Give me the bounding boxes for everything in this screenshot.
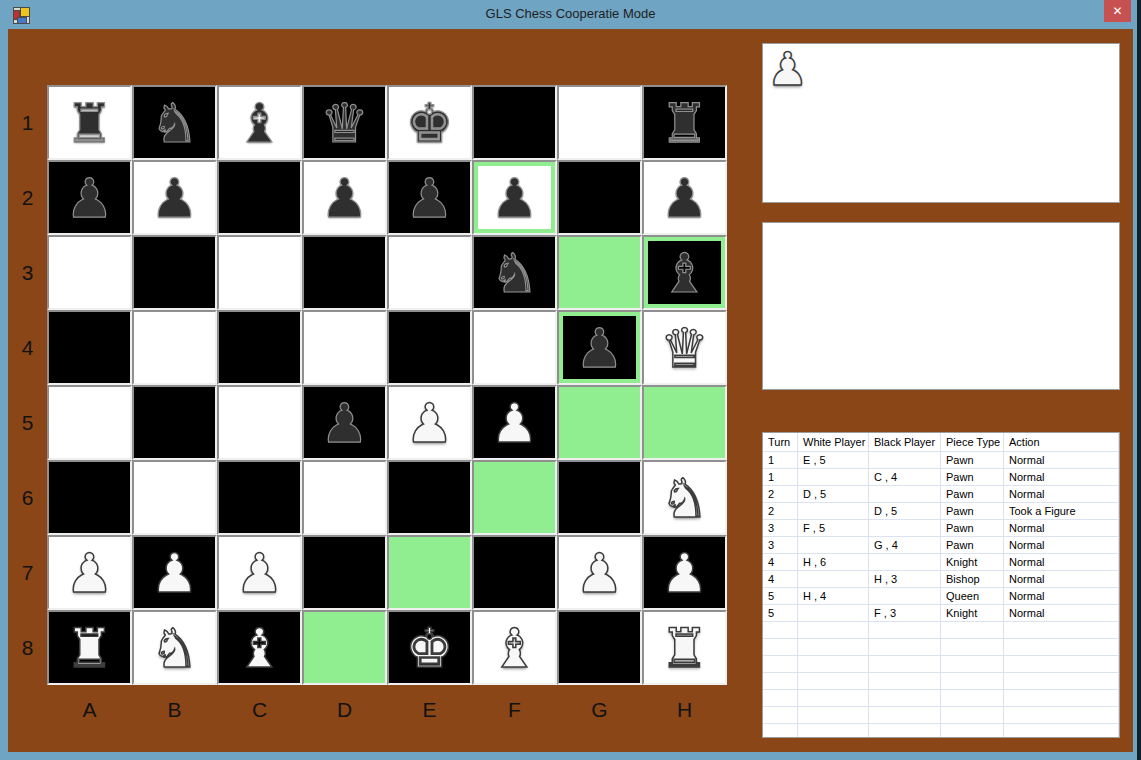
move-row-7-col-4: Normal: [1004, 554, 1119, 571]
move-row-empty-4[interactable]: [763, 673, 1119, 690]
piece-white-rook: ♜: [65, 621, 113, 675]
move-row-empty-3-col-4: [1004, 656, 1119, 673]
move-table-header-col-3[interactable]: Piece Type: [941, 433, 1004, 452]
square-h6[interactable]: ♞: [642, 460, 727, 535]
square-f3[interactable]: ♞: [472, 235, 557, 310]
square-g8[interactable]: [557, 610, 642, 685]
square-d1[interactable]: ♛: [302, 85, 387, 160]
col-label-h: H: [642, 689, 727, 731]
move-row-5-col-1: F , 5: [798, 520, 869, 537]
square-b8[interactable]: ♞: [132, 610, 217, 685]
row-label-6: 6: [8, 460, 47, 535]
move-row-7[interactable]: 4H , 6KnightNormal: [763, 554, 1119, 571]
move-row-2-col-4: Normal: [1004, 469, 1119, 486]
square-d8[interactable]: [302, 610, 387, 685]
piece-black-pawn: ♟: [660, 171, 708, 225]
move-row-empty-4-col-0: [763, 673, 798, 690]
move-row-empty-1-col-0: [763, 622, 798, 639]
client-area: 12345678 ♜♞♝♛♚♜♟♟♟♟♟♟♞♝♟♛♟♟♟♞♟♟♟♟♟♜♞♝♚♝♜…: [8, 29, 1133, 752]
square-c8[interactable]: ♝: [217, 610, 302, 685]
square-f7[interactable]: [472, 535, 557, 610]
piece-black-pawn: ♟: [320, 171, 368, 225]
piece-black-bishop: ♝: [235, 96, 283, 150]
piece-black-pawn: ♟: [490, 171, 538, 225]
move-row-4-col-2: D , 5: [869, 503, 941, 520]
move-row-empty-1[interactable]: [763, 622, 1119, 639]
move-row-empty-6-col-1: [798, 707, 869, 724]
square-d7[interactable]: [302, 535, 387, 610]
piece-white-king: ♚: [405, 621, 453, 675]
piece-black-pawn: ♟: [405, 171, 453, 225]
close-button[interactable]: ✕: [1104, 0, 1131, 22]
piece-white-pawn: ♟: [65, 546, 113, 600]
move-row-4[interactable]: 2D , 5PawnTook a Figure: [763, 503, 1119, 520]
move-row-4-col-0: 2: [763, 503, 798, 520]
piece-black-knight: ♞: [150, 96, 198, 150]
square-d4[interactable]: [302, 310, 387, 385]
square-e1[interactable]: ♚: [387, 85, 472, 160]
board-row-labels: 12345678: [8, 85, 47, 685]
close-icon: ✕: [1112, 4, 1122, 18]
square-e4[interactable]: [387, 310, 472, 385]
move-row-4-col-4: Took a Figure: [1004, 503, 1119, 520]
square-g6[interactable]: [557, 460, 642, 535]
piece-white-bishop: ♝: [235, 621, 283, 675]
square-f4[interactable]: [472, 310, 557, 385]
move-history-table: TurnWhite PlayerBlack PlayerPiece TypeAc…: [762, 432, 1120, 738]
move-row-3-col-2: [869, 486, 941, 503]
square-c3[interactable]: [217, 235, 302, 310]
square-d2[interactable]: ♟: [302, 160, 387, 235]
move-row-10[interactable]: 5F , 3KnightNormal: [763, 605, 1119, 622]
move-row-1-col-1: E , 5: [798, 452, 869, 469]
move-row-empty-2-col-2: [869, 639, 941, 656]
captured-black-pieces-tray: [762, 222, 1120, 390]
square-e8[interactable]: ♚: [387, 610, 472, 685]
move-row-4-col-3: Pawn: [941, 503, 1004, 520]
move-row-empty-2[interactable]: [763, 639, 1119, 656]
move-row-empty-6-col-0: [763, 707, 798, 724]
square-a6[interactable]: [47, 460, 132, 535]
move-row-empty-3-col-1: [798, 656, 869, 673]
move-row-empty-5-col-2: [869, 690, 941, 707]
piece-white-pawn: ♟: [405, 396, 453, 450]
square-g3[interactable]: [557, 235, 642, 310]
square-e5[interactable]: ♟: [387, 385, 472, 460]
move-row-empty-3-col-3: [941, 656, 1004, 673]
square-b1[interactable]: ♞: [132, 85, 217, 160]
square-h5[interactable]: [642, 385, 727, 460]
move-row-9-col-4: Normal: [1004, 588, 1119, 605]
square-c7[interactable]: ♟: [217, 535, 302, 610]
square-d5[interactable]: ♟: [302, 385, 387, 460]
col-label-f: F: [472, 689, 557, 731]
move-row-empty-1-col-1: [798, 622, 869, 639]
square-c5[interactable]: [217, 385, 302, 460]
move-row-empty-5-col-1: [798, 690, 869, 707]
move-row-5-col-0: 3: [763, 520, 798, 537]
piece-white-knight: ♞: [150, 621, 198, 675]
move-row-8-col-4: Normal: [1004, 571, 1119, 588]
move-row-empty-5-col-3: [941, 690, 1004, 707]
square-a3[interactable]: [47, 235, 132, 310]
square-g5[interactable]: [557, 385, 642, 460]
move-table-header: TurnWhite PlayerBlack PlayerPiece TypeAc…: [763, 433, 1119, 452]
move-row-2-col-3: Pawn: [941, 469, 1004, 486]
piece-black-queen: ♛: [320, 96, 368, 150]
move-row-7-col-2: [869, 554, 941, 571]
square-g2[interactable]: [557, 160, 642, 235]
move-row-1-col-3: Pawn: [941, 452, 1004, 469]
square-g7[interactable]: ♟: [557, 535, 642, 610]
move-row-6-col-0: 3: [763, 537, 798, 554]
square-g1[interactable]: [557, 85, 642, 160]
move-row-9[interactable]: 5H , 4QueenNormal: [763, 588, 1119, 605]
move-row-empty-3-col-2: [869, 656, 941, 673]
col-label-g: G: [557, 689, 642, 731]
move-row-1[interactable]: 1E , 5PawnNormal: [763, 452, 1119, 469]
move-row-3-col-1: D , 5: [798, 486, 869, 503]
move-row-3-col-0: 2: [763, 486, 798, 503]
piece-white-rook: ♜: [660, 621, 708, 675]
piece-black-king: ♚: [405, 96, 453, 150]
square-a8[interactable]: ♜: [47, 610, 132, 685]
piece-black-pawn: ♟: [320, 396, 368, 450]
move-row-empty-6-col-3: [941, 707, 1004, 724]
move-row-6-col-2: G , 4: [869, 537, 941, 554]
square-a5[interactable]: [47, 385, 132, 460]
square-e3[interactable]: [387, 235, 472, 310]
piece-black-pawn: ♟: [65, 171, 113, 225]
col-label-c: C: [217, 689, 302, 731]
row-label-8: 8: [8, 610, 47, 685]
move-row-1-col-4: Normal: [1004, 452, 1119, 469]
square-f6[interactable]: [472, 460, 557, 535]
square-c6[interactable]: [217, 460, 302, 535]
square-b3[interactable]: [132, 235, 217, 310]
piece-white-pawn: ♟: [490, 396, 538, 450]
move-row-3-col-4: Normal: [1004, 486, 1119, 503]
square-c1[interactable]: ♝: [217, 85, 302, 160]
square-b6[interactable]: [132, 460, 217, 535]
row-label-3: 3: [8, 235, 47, 310]
move-row-6-col-3: Pawn: [941, 537, 1004, 554]
move-table-header-col-1[interactable]: White Player: [798, 433, 869, 452]
move-table-header-col-0[interactable]: Turn: [763, 433, 798, 452]
square-e6[interactable]: [387, 460, 472, 535]
row-label-5: 5: [8, 385, 47, 460]
move-row-empty-4-col-2: [869, 673, 941, 690]
piece-white-queen: ♛: [660, 321, 708, 375]
move-row-empty-7-col-2: [869, 724, 941, 738]
move-row-empty-6[interactable]: [763, 707, 1119, 724]
move-row-10-col-1: [798, 605, 869, 622]
square-h1[interactable]: ♜: [642, 85, 727, 160]
square-e2[interactable]: ♟: [387, 160, 472, 235]
move-row-empty-5-col-0: [763, 690, 798, 707]
move-row-empty-2-col-0: [763, 639, 798, 656]
square-h3[interactable]: ♝: [642, 235, 727, 310]
move-row-3-col-3: Pawn: [941, 486, 1004, 503]
move-row-9-col-3: Queen: [941, 588, 1004, 605]
square-a1[interactable]: ♜: [47, 85, 132, 160]
square-d6[interactable]: [302, 460, 387, 535]
app-window: GLS Chess Cooperatie Mode ✕ 12345678 ♜♞♝…: [0, 0, 1141, 760]
move-table-header-col-2[interactable]: Black Player: [869, 433, 941, 452]
piece-white-knight: ♞: [660, 471, 708, 525]
col-label-d: D: [302, 689, 387, 731]
move-row-empty-5-col-4: [1004, 690, 1119, 707]
square-h8[interactable]: ♜: [642, 610, 727, 685]
col-label-b: B: [132, 689, 217, 731]
square-b7[interactable]: ♟: [132, 535, 217, 610]
row-label-7: 7: [8, 535, 47, 610]
move-row-2-col-1: [798, 469, 869, 486]
captured-white-pieces-tray: ♟: [762, 43, 1120, 203]
square-h4[interactable]: ♛: [642, 310, 727, 385]
piece-white-bishop: ♝: [490, 621, 538, 675]
square-c2[interactable]: [217, 160, 302, 235]
piece-black-knight: ♞: [490, 246, 538, 300]
move-row-empty-7-col-3: [941, 724, 1004, 738]
move-row-empty-7-col-0: [763, 724, 798, 738]
move-row-5-col-3: Pawn: [941, 520, 1004, 537]
row-label-1: 1: [8, 85, 47, 160]
move-row-empty-5[interactable]: [763, 690, 1119, 707]
piece-white-pawn: ♟: [235, 546, 283, 600]
square-c4[interactable]: [217, 310, 302, 385]
move-row-empty-2-col-4: [1004, 639, 1119, 656]
move-row-empty-2-col-3: [941, 639, 1004, 656]
move-row-6-col-1: [798, 537, 869, 554]
move-row-5-col-4: Normal: [1004, 520, 1119, 537]
piece-white-pawn: ♟: [575, 546, 623, 600]
title-bar[interactable]: GLS Chess Cooperatie Mode ✕: [0, 0, 1141, 29]
move-row-9-col-0: 5: [763, 588, 798, 605]
screen-right-edge: [1137, 0, 1141, 760]
row-label-4: 4: [8, 310, 47, 385]
board-col-labels: ABCDEFGH: [47, 689, 727, 731]
move-row-9-col-2: [869, 588, 941, 605]
move-row-10-col-3: Knight: [941, 605, 1004, 622]
window-title: GLS Chess Cooperatie Mode: [0, 6, 1141, 21]
square-b2[interactable]: ♟: [132, 160, 217, 235]
move-row-8-col-1: [798, 571, 869, 588]
move-row-7-col-1: H , 6: [798, 554, 869, 571]
move-row-empty-4-col-3: [941, 673, 1004, 690]
move-row-8[interactable]: 4H , 3BishopNormal: [763, 571, 1119, 588]
move-row-4-col-1: [798, 503, 869, 520]
square-h7[interactable]: ♟: [642, 535, 727, 610]
chess-board: ♜♞♝♛♚♜♟♟♟♟♟♟♞♝♟♛♟♟♟♞♟♟♟♟♟♜♞♝♚♝♜: [47, 85, 727, 685]
move-row-7-col-0: 4: [763, 554, 798, 571]
move-row-empty-7-col-4: [1004, 724, 1119, 738]
piece-white-pawn: ♟: [150, 546, 198, 600]
square-f1[interactable]: [472, 85, 557, 160]
move-row-10-col-2: F , 3: [869, 605, 941, 622]
row-label-2: 2: [8, 160, 47, 235]
col-label-a: A: [47, 689, 132, 731]
square-b4[interactable]: [132, 310, 217, 385]
move-row-8-col-2: H , 3: [869, 571, 941, 588]
move-row-8-col-0: 4: [763, 571, 798, 588]
piece-black-bishop: ♝: [660, 246, 708, 300]
move-row-empty-1-col-3: [941, 622, 1004, 639]
move-row-5-col-2: [869, 520, 941, 537]
move-row-empty-3[interactable]: [763, 656, 1119, 673]
move-row-3[interactable]: 2D , 5PawnNormal: [763, 486, 1119, 503]
move-row-6-col-4: Normal: [1004, 537, 1119, 554]
move-table-header-col-4[interactable]: Action: [1004, 433, 1119, 452]
move-row-empty-7-col-1: [798, 724, 869, 738]
move-row-7-col-3: Knight: [941, 554, 1004, 571]
piece-black-rook: ♜: [660, 96, 708, 150]
move-row-empty-6-col-2: [869, 707, 941, 724]
piece-black-pawn: ♟: [150, 171, 198, 225]
move-row-empty-4-col-4: [1004, 673, 1119, 690]
move-row-9-col-1: H , 4: [798, 588, 869, 605]
move-row-6[interactable]: 3G , 4PawnNormal: [763, 537, 1119, 554]
square-a7[interactable]: ♟: [47, 535, 132, 610]
move-row-empty-1-col-4: [1004, 622, 1119, 639]
move-row-empty-4-col-1: [798, 673, 869, 690]
square-g4[interactable]: ♟: [557, 310, 642, 385]
move-row-empty-7[interactable]: [763, 724, 1119, 738]
square-f5[interactable]: ♟: [472, 385, 557, 460]
move-row-5[interactable]: 3F , 5PawnNormal: [763, 520, 1119, 537]
square-f8[interactable]: ♝: [472, 610, 557, 685]
move-row-empty-2-col-1: [798, 639, 869, 656]
move-row-empty-3-col-0: [763, 656, 798, 673]
square-f2[interactable]: ♟: [472, 160, 557, 235]
move-row-8-col-3: Bishop: [941, 571, 1004, 588]
square-h2[interactable]: ♟: [642, 160, 727, 235]
piece-black-rook: ♜: [65, 96, 113, 150]
captured-white-pawn: ♟: [767, 43, 808, 95]
move-row-1-col-0: 1: [763, 452, 798, 469]
col-label-e: E: [387, 689, 472, 731]
square-e7[interactable]: [387, 535, 472, 610]
square-a4[interactable]: [47, 310, 132, 385]
square-a2[interactable]: ♟: [47, 160, 132, 235]
move-row-2-col-2: C , 4: [869, 469, 941, 486]
move-row-2[interactable]: 1C , 4PawnNormal: [763, 469, 1119, 486]
move-row-2-col-0: 1: [763, 469, 798, 486]
move-row-empty-6-col-4: [1004, 707, 1119, 724]
move-row-10-col-4: Normal: [1004, 605, 1119, 622]
move-row-empty-1-col-2: [869, 622, 941, 639]
piece-black-pawn: ♟: [575, 321, 623, 375]
move-row-1-col-2: [869, 452, 941, 469]
move-row-10-col-0: 5: [763, 605, 798, 622]
square-b5[interactable]: [132, 385, 217, 460]
piece-white-pawn: ♟: [660, 546, 708, 600]
square-d3[interactable]: [302, 235, 387, 310]
